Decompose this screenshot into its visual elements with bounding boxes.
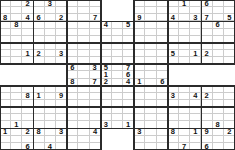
sudoku-cell[interactable]: [145, 86, 156, 93]
given-digit: 2: [204, 92, 208, 99]
sudoku-cell[interactable]: [101, 29, 112, 36]
sudoku-cell[interactable]: [201, 114, 212, 121]
sudoku-cell: 4: [101, 21, 112, 28]
grid-thick-line: [33, 0, 35, 65]
sudoku-cell[interactable]: [34, 0, 45, 7]
sudoku-cell[interactable]: [45, 86, 56, 93]
sudoku-cell: 3: [134, 129, 145, 136]
sudoku-cell[interactable]: [168, 29, 179, 36]
sudoku-cell[interactable]: [78, 29, 89, 36]
sudoku-cell[interactable]: [78, 129, 89, 136]
given-digit: 1: [193, 50, 197, 57]
given-digit: 6: [204, 0, 208, 7]
sudoku-cell[interactable]: [11, 107, 22, 114]
given-digit: 2: [204, 50, 208, 57]
sudoku-cell[interactable]: [45, 21, 56, 28]
sudoku-cell[interactable]: [67, 0, 78, 7]
grid-thick-line: [33, 85, 35, 150]
sudoku-cell[interactable]: [112, 64, 123, 71]
grid-thick-line: [0, 106, 235, 108]
sudoku-cell: 8: [11, 21, 22, 28]
sudoku-cell[interactable]: [67, 114, 78, 121]
given-digit: 3: [48, 0, 52, 7]
given-digit: 1: [182, 0, 186, 7]
sudoku-cell[interactable]: [11, 136, 22, 143]
sudoku-cell[interactable]: [179, 93, 190, 100]
sudoku-cell[interactable]: [112, 114, 123, 121]
sudoku-cell[interactable]: [145, 21, 156, 28]
sudoku-cell[interactable]: [168, 114, 179, 121]
sudoku-cell[interactable]: [101, 43, 112, 50]
sudoku-cell[interactable]: [0, 86, 11, 93]
sudoku-cell: 2: [201, 50, 212, 57]
sudoku-cell[interactable]: [112, 107, 123, 114]
grid-thick-line: [0, 0, 102, 1]
given-digit: 1: [25, 50, 29, 57]
sudoku-cell[interactable]: [134, 29, 145, 36]
sudoku-cell[interactable]: [67, 7, 78, 14]
grid-thick-line: [201, 0, 203, 65]
grid-thick-line: [133, 149, 235, 150]
sudoku-cell[interactable]: [213, 129, 224, 136]
sudoku-cell[interactable]: [179, 114, 190, 121]
sudoku-cell[interactable]: [0, 29, 11, 36]
given-digit: 3: [59, 50, 63, 57]
sudoku-cell[interactable]: [179, 43, 190, 50]
sudoku-cell[interactable]: [45, 114, 56, 121]
sudoku-cell[interactable]: [78, 136, 89, 143]
given-digit: 1: [37, 92, 41, 99]
sudoku-cell[interactable]: [78, 64, 89, 71]
sudoku-cell[interactable]: [145, 129, 156, 136]
sudoku-cell[interactable]: [11, 93, 22, 100]
sudoku-cell[interactable]: [11, 50, 22, 57]
sudoku-cell[interactable]: [213, 93, 224, 100]
sudoku-cell[interactable]: [134, 114, 145, 121]
sudoku-cell[interactable]: [78, 114, 89, 121]
sudoku-cell[interactable]: [145, 136, 156, 143]
grid-thick-line: [133, 0, 235, 1]
sudoku-cell[interactable]: [0, 107, 11, 114]
sudoku-cell[interactable]: [11, 29, 22, 36]
sudoku-cell[interactable]: [213, 107, 224, 114]
sudoku-cell[interactable]: [213, 0, 224, 7]
sudoku-cell[interactable]: [45, 107, 56, 114]
grid-thick-line: [0, 85, 1, 150]
samurai-sudoku-board: 2316846279437584561235126357168724168193…: [0, 0, 235, 150]
grid-thick-line: [0, 21, 235, 23]
sudoku-cell[interactable]: [179, 21, 190, 28]
sudoku-cell[interactable]: [213, 50, 224, 57]
sudoku-cell[interactable]: [201, 21, 212, 28]
sudoku-cell[interactable]: [101, 93, 112, 100]
sudoku-cell[interactable]: [168, 21, 179, 28]
sudoku-cell: 8: [34, 129, 45, 136]
sudoku-cell[interactable]: [45, 43, 56, 50]
sudoku-cell[interactable]: [11, 129, 22, 136]
sudoku-cell[interactable]: [45, 29, 56, 36]
sudoku-cell[interactable]: [179, 29, 190, 36]
sudoku-cell[interactable]: [45, 93, 56, 100]
sudoku-cell[interactable]: [179, 129, 190, 136]
sudoku-cell[interactable]: [0, 50, 11, 57]
sudoku-cell[interactable]: [168, 0, 179, 7]
sudoku-cell[interactable]: [134, 21, 145, 28]
given-digit: 5: [171, 50, 175, 57]
sudoku-cell: 5: [168, 50, 179, 57]
sudoku-cell[interactable]: [0, 0, 11, 7]
grid-thick-line: [0, 149, 102, 150]
sudoku-cell[interactable]: [78, 7, 89, 14]
sudoku-cell[interactable]: [101, 86, 112, 93]
sudoku-cell[interactable]: [145, 43, 156, 50]
sudoku-cell[interactable]: [34, 136, 45, 143]
sudoku-cell[interactable]: [112, 71, 123, 78]
sudoku-cell[interactable]: [11, 43, 22, 50]
sudoku-cell[interactable]: [145, 50, 156, 57]
sudoku-cell[interactable]: [78, 0, 89, 7]
sudoku-cell[interactable]: [67, 129, 78, 136]
sudoku-cell[interactable]: [134, 50, 145, 57]
grid-thick-line: [0, 128, 235, 130]
grid-thick-line: [0, 63, 235, 65]
sudoku-cell: 6: [213, 21, 224, 28]
sudoku-cell[interactable]: [134, 107, 145, 114]
sudoku-cell[interactable]: [134, 0, 145, 7]
grid-thick-line: [201, 85, 203, 150]
sudoku-cell[interactable]: [145, 64, 156, 71]
sudoku-cell: 6: [67, 64, 78, 71]
sudoku-cell[interactable]: [134, 93, 145, 100]
sudoku-cell[interactable]: [45, 129, 56, 136]
sudoku-cell: 1: [179, 0, 190, 7]
sudoku-cell[interactable]: [179, 107, 190, 114]
sudoku-cell[interactable]: [213, 43, 224, 50]
sudoku-cell[interactable]: [67, 86, 78, 93]
sudoku-cell[interactable]: [0, 93, 11, 100]
sudoku-cell[interactable]: [11, 86, 22, 93]
sudoku-cell[interactable]: [179, 86, 190, 93]
sudoku-cell[interactable]: [112, 86, 123, 93]
sudoku-cell[interactable]: [67, 107, 78, 114]
sudoku-cell[interactable]: [34, 21, 45, 28]
sudoku-cell[interactable]: [179, 50, 190, 57]
sudoku-cell[interactable]: [145, 114, 156, 121]
sudoku-cell[interactable]: [78, 107, 89, 114]
sudoku-cell[interactable]: [168, 136, 179, 143]
given-digit: 2: [37, 50, 41, 57]
sudoku-cell[interactable]: [213, 7, 224, 14]
sudoku-cell[interactable]: [112, 50, 123, 57]
sudoku-cell[interactable]: [145, 107, 156, 114]
sudoku-cell[interactable]: [112, 29, 123, 36]
sudoku-cell[interactable]: [78, 21, 89, 28]
grid-thick-line: [0, 0, 1, 65]
sudoku-cell[interactable]: [145, 93, 156, 100]
sudoku-cell[interactable]: [145, 71, 156, 78]
sudoku-cell[interactable]: [45, 7, 56, 14]
sudoku-cell[interactable]: [0, 21, 11, 28]
sudoku-cell: 3: [168, 93, 179, 100]
sudoku-cell[interactable]: [67, 50, 78, 57]
sudoku-cell: 1: [34, 93, 45, 100]
sudoku-cell[interactable]: [34, 29, 45, 36]
sudoku-cell[interactable]: [0, 136, 11, 143]
given-digit: 4: [193, 92, 197, 99]
sudoku-cell[interactable]: [67, 136, 78, 143]
sudoku-cell[interactable]: [78, 43, 89, 50]
sudoku-cell[interactable]: [145, 29, 156, 36]
sudoku-cell[interactable]: [78, 71, 89, 78]
sudoku-cell[interactable]: [112, 21, 123, 28]
sudoku-cell[interactable]: [67, 21, 78, 28]
given-digit: 8: [25, 92, 29, 99]
sudoku-cell[interactable]: [134, 43, 145, 50]
sudoku-cell[interactable]: [78, 50, 89, 57]
sudoku-cell[interactable]: [112, 93, 123, 100]
sudoku-cell: 9: [201, 129, 212, 136]
given-digit: 9: [59, 92, 63, 99]
sudoku-cell[interactable]: [0, 43, 11, 50]
sudoku-cell[interactable]: [134, 64, 145, 71]
sudoku-cell[interactable]: [168, 107, 179, 114]
sudoku-cell[interactable]: [78, 93, 89, 100]
sudoku-cell[interactable]: [34, 114, 45, 121]
sudoku-cell[interactable]: [67, 93, 78, 100]
sudoku-cell[interactable]: [213, 29, 224, 36]
sudoku-cell[interactable]: [201, 29, 212, 36]
sudoku-cell[interactable]: [11, 0, 22, 7]
sudoku-cell[interactable]: [179, 7, 190, 14]
sudoku-cell[interactable]: [213, 86, 224, 93]
grid-thick-line: [234, 85, 235, 150]
sudoku-cell[interactable]: [101, 107, 112, 114]
sudoku-cell[interactable]: [0, 114, 11, 121]
sudoku-cell[interactable]: [145, 0, 156, 7]
sudoku-cell[interactable]: [67, 43, 78, 50]
sudoku-cell[interactable]: [34, 107, 45, 114]
sudoku-cell[interactable]: [213, 136, 224, 143]
sudoku-cell[interactable]: [201, 107, 212, 114]
sudoku-cell[interactable]: [45, 50, 56, 57]
sudoku-cell[interactable]: [134, 136, 145, 143]
sudoku-cell: 2: [34, 50, 45, 57]
sudoku-cell[interactable]: [11, 7, 22, 14]
sudoku-cell[interactable]: [112, 43, 123, 50]
given-digit: 3: [171, 92, 175, 99]
sudoku-cell[interactable]: [134, 86, 145, 93]
grid-thick-line: [234, 0, 235, 65]
sudoku-cell[interactable]: [78, 86, 89, 93]
grid-thick-line: [0, 42, 235, 44]
given-digit: 2: [25, 0, 29, 7]
sudoku-cell: 6: [201, 0, 212, 7]
sudoku-cell[interactable]: [145, 7, 156, 14]
sudoku-cell: 8: [168, 129, 179, 136]
sudoku-cell: 2: [201, 93, 212, 100]
sudoku-cell[interactable]: [67, 29, 78, 36]
sudoku-cell: 1: [0, 129, 11, 136]
sudoku-cell[interactable]: [101, 50, 112, 57]
grid-thick-line: [0, 85, 235, 87]
sudoku-cell: 3: [45, 0, 56, 7]
